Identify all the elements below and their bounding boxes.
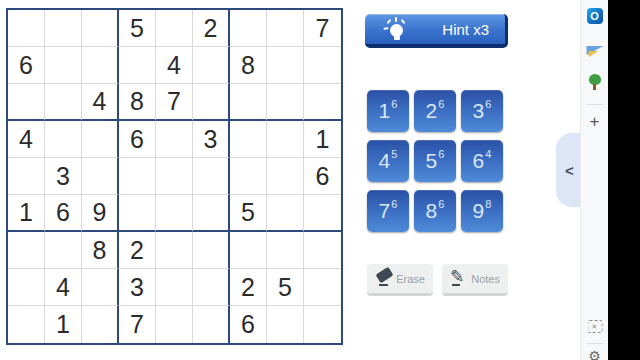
sudoku-cell-r3c7[interactable]	[230, 84, 267, 121]
sudoku-cell-r9c2[interactable]: 1	[45, 306, 82, 343]
sudoku-cell-r9c7[interactable]: 6	[230, 306, 267, 343]
number-button-5[interactable]: 56	[414, 140, 456, 182]
sudoku-cell-r5c4[interactable]	[119, 158, 156, 195]
number-remaining-count: 6	[391, 98, 397, 110]
outlook-icon[interactable]: O	[587, 8, 603, 24]
number-button-digit: 2	[426, 99, 438, 123]
sudoku-cell-r3c6[interactable]	[193, 84, 230, 121]
erase-button[interactable]: Erase	[367, 264, 433, 296]
number-button-3[interactable]: 36	[461, 90, 503, 132]
sudoku-cell-r1c9[interactable]: 7	[304, 10, 341, 47]
sudoku-cell-r6c2[interactable]: 6	[45, 195, 82, 232]
sudoku-cell-r7c4[interactable]: 2	[119, 232, 156, 269]
sudoku-cell-r3c8[interactable]	[267, 84, 304, 121]
sudoku-cell-r3c1[interactable]	[8, 84, 45, 121]
sudoku-cell-r2c6[interactable]	[193, 47, 230, 84]
sudoku-cell-r5c3[interactable]	[82, 158, 119, 195]
sudoku-cell-r6c3[interactable]: 9	[82, 195, 119, 232]
number-remaining-count: 6	[438, 148, 444, 160]
number-button-digit: 1	[379, 99, 391, 123]
number-button-1[interactable]: 16	[367, 90, 409, 132]
sudoku-cell-r3c9[interactable]	[304, 84, 341, 121]
number-button-digit: 7	[379, 199, 391, 223]
sudoku-cell-r8c7[interactable]: 2	[230, 269, 267, 306]
sudoku-cell-r1c3[interactable]	[82, 10, 119, 47]
sudoku-cell-r7c1[interactable]	[8, 232, 45, 269]
apps-icon[interactable]: ✕	[587, 320, 602, 333]
pencil-icon-underline	[452, 284, 460, 286]
sudoku-cell-r2c8[interactable]	[267, 47, 304, 84]
number-remaining-count: 6	[485, 98, 491, 110]
sidebar-collapse-handle[interactable]: <	[556, 133, 583, 207]
sudoku-cell-r8c8[interactable]: 5	[267, 269, 304, 306]
settings-icon[interactable]: ⚙	[588, 349, 601, 360]
notes-button-label: Notes	[471, 273, 500, 285]
sudoku-cell-r4c6[interactable]: 3	[193, 121, 230, 158]
sudoku-cell-r3c5[interactable]: 7	[156, 84, 193, 121]
sudoku-cell-r1c2[interactable]	[45, 10, 82, 47]
sidebar-divider	[587, 104, 603, 105]
sudoku-cell-r5c7[interactable]	[230, 158, 267, 195]
sudoku-cell-r9c9[interactable]	[304, 306, 341, 343]
sudoku-cell-r5c5[interactable]	[156, 158, 193, 195]
sudoku-cell-r7c5[interactable]	[156, 232, 193, 269]
sudoku-cell-r2c4[interactable]	[119, 47, 156, 84]
sudoku-cell-r8c6[interactable]	[193, 269, 230, 306]
sudoku-cell-r5c2[interactable]: 3	[45, 158, 82, 195]
sudoku-cell-r7c8[interactable]	[267, 232, 304, 269]
number-button-8[interactable]: 86	[414, 190, 456, 232]
screen-edge-black-strip	[608, 0, 640, 360]
lightbulb-icon	[385, 20, 407, 42]
sudoku-cell-r2c7[interactable]: 8	[230, 47, 267, 84]
number-button-digit: 6	[473, 149, 485, 173]
notes-button[interactable]: ✎ Notes	[442, 264, 508, 296]
number-button-digit: 8	[426, 199, 438, 223]
sudoku-cell-r1c8[interactable]	[267, 10, 304, 47]
number-button-digit: 9	[473, 199, 485, 223]
number-button-6[interactable]: 64	[461, 140, 503, 182]
sudoku-cell-r8c5[interactable]	[156, 269, 193, 306]
sudoku-cell-r1c1[interactable]	[8, 10, 45, 47]
sidebar-divider	[587, 343, 603, 344]
sudoku-cell-r8c4[interactable]: 3	[119, 269, 156, 306]
sudoku-app-window: 5276484874631361695824325176 Hint x3 162…	[0, 0, 640, 360]
sudoku-cell-r4c9[interactable]: 1	[304, 121, 341, 158]
sudoku-cell-r9c4[interactable]: 7	[119, 306, 156, 343]
sudoku-cell-r2c1[interactable]: 6	[8, 47, 45, 84]
add-icon[interactable]: +	[590, 114, 600, 130]
hint-button-label: Hint x3	[442, 21, 489, 38]
number-remaining-count: 5	[391, 148, 397, 160]
sudoku-cell-r7c6[interactable]	[193, 232, 230, 269]
sudoku-cell-r1c6[interactable]: 2	[193, 10, 230, 47]
sudoku-cell-r4c2[interactable]	[45, 121, 82, 158]
number-remaining-count: 6	[438, 98, 444, 110]
sudoku-cell-r9c8[interactable]	[267, 306, 304, 343]
number-remaining-count: 6	[438, 198, 444, 210]
sudoku-cell-r8c3[interactable]	[82, 269, 119, 306]
sudoku-cell-r4c4[interactable]: 6	[119, 121, 156, 158]
number-button-digit: 4	[379, 149, 391, 173]
number-button-9[interactable]: 98	[461, 190, 503, 232]
sudoku-cell-r7c7[interactable]	[230, 232, 267, 269]
eraser-icon	[375, 267, 393, 283]
sudoku-cell-r2c9[interactable]	[304, 47, 341, 84]
sudoku-cell-r5c1[interactable]	[8, 158, 45, 195]
sudoku-cell-r8c9[interactable]	[304, 269, 341, 306]
sudoku-cell-r9c6[interactable]	[193, 306, 230, 343]
sudoku-cell-r2c5[interactable]: 4	[156, 47, 193, 84]
number-remaining-count: 4	[485, 148, 491, 160]
hint-button[interactable]: Hint x3	[365, 14, 508, 48]
number-button-4[interactable]: 45	[367, 140, 409, 182]
sudoku-cell-r8c2[interactable]: 4	[45, 269, 82, 306]
sudoku-cell-r1c4[interactable]: 5	[119, 10, 156, 47]
sudoku-cell-r7c3[interactable]: 8	[82, 232, 119, 269]
number-pad: 162636455664768698	[367, 90, 503, 232]
sudoku-cell-r3c2[interactable]	[45, 84, 82, 121]
number-button-2[interactable]: 26	[414, 90, 456, 132]
sudoku-cell-r3c4[interactable]: 8	[119, 84, 156, 121]
edge-sidebar: O + ✕ ⚙	[580, 0, 608, 360]
sudoku-cell-r6c8[interactable]	[267, 195, 304, 232]
sudoku-cell-r1c7[interactable]	[230, 10, 267, 47]
sudoku-cell-r7c2[interactable]	[45, 232, 82, 269]
sudoku-cell-r4c1[interactable]: 4	[8, 121, 45, 158]
number-button-digit: 3	[473, 99, 485, 123]
sudoku-cell-r7c9[interactable]	[304, 232, 341, 269]
number-remaining-count: 8	[485, 198, 491, 210]
chevron-left-icon: <	[565, 162, 574, 179]
sudoku-cell-r5c6[interactable]	[193, 158, 230, 195]
sudoku-cell-r4c7[interactable]	[230, 121, 267, 158]
sudoku-cell-r5c9[interactable]: 6	[304, 158, 341, 195]
sudoku-cell-r6c1[interactable]: 1	[8, 195, 45, 232]
sudoku-cell-r8c1[interactable]	[8, 269, 45, 306]
sudoku-cell-r3c3[interactable]: 4	[82, 84, 119, 121]
sudoku-cell-r4c5[interactable]	[156, 121, 193, 158]
sudoku-cell-r9c1[interactable]	[8, 306, 45, 343]
sudoku-cell-r5c8[interactable]	[267, 158, 304, 195]
eraser-icon-underline	[379, 284, 388, 286]
sudoku-cell-r6c7[interactable]: 5	[230, 195, 267, 232]
sudoku-cell-r9c5[interactable]	[156, 306, 193, 343]
sudoku-cell-r9c3[interactable]	[82, 306, 119, 343]
sudoku-cell-r2c3[interactable]	[82, 47, 119, 84]
number-button-digit: 5	[426, 149, 438, 173]
paper-plane-icon[interactable]	[586, 44, 603, 58]
sudoku-cell-r6c9[interactable]	[304, 195, 341, 232]
erase-button-label: Erase	[396, 273, 425, 285]
sudoku-cell-r4c3[interactable]	[82, 121, 119, 158]
number-remaining-count: 6	[391, 198, 397, 210]
number-button-7[interactable]: 76	[367, 190, 409, 232]
sudoku-cell-r1c5[interactable]	[156, 10, 193, 47]
sudoku-cell-r6c5[interactable]	[156, 195, 193, 232]
sudoku-cell-r6c4[interactable]	[119, 195, 156, 232]
sudoku-cell-r6c6[interactable]	[193, 195, 230, 232]
sudoku-cell-r4c8[interactable]	[267, 121, 304, 158]
tree-icon[interactable]	[588, 74, 602, 91]
sudoku-board: 5276484874631361695824325176	[6, 8, 343, 345]
sudoku-cell-r2c2[interactable]	[45, 47, 82, 84]
